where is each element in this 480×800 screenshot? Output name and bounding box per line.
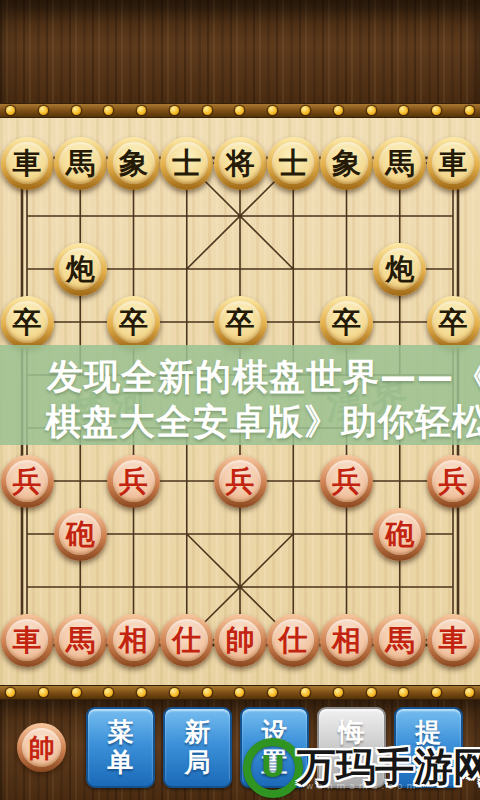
piece-black-soldier-3[interactable]: 卒 [214,296,267,349]
gold-stud-icon [72,106,81,115]
piece-black-soldier-4[interactable]: 卒 [320,296,373,349]
piece-black-soldier-1[interactable]: 卒 [1,296,54,349]
piece-red-horse-right[interactable]: 馬 [373,614,426,667]
piece-black-general[interactable]: 将 [214,137,267,190]
promo-banner-line1: 发现全新的棋盘世界——《 [47,353,480,402]
gold-stud-icon [39,688,48,697]
gold-stud-icon [465,106,474,115]
gold-stud-icon [367,688,376,697]
piece-black-chariot-left[interactable]: 車 [1,137,54,190]
piece-red-soldier-3[interactable]: 兵 [214,455,267,508]
piece-black-elephant-right[interactable]: 象 [320,137,373,190]
piece-red-advisor-right[interactable]: 仕 [267,614,320,667]
turn-indicator-piece: 帥 [17,723,66,772]
gold-stud-icon [104,688,113,697]
piece-red-advisor-left[interactable]: 仕 [160,614,213,667]
gold-stud-icon [334,106,343,115]
piece-black-chariot-right[interactable]: 車 [427,137,480,190]
gold-stud-icon [137,106,146,115]
gold-stud-icon [301,106,310,115]
top-stud-rail [0,103,480,118]
piece-black-horse-right[interactable]: 馬 [373,137,426,190]
gold-stud-icon [235,688,244,697]
menu-button[interactable]: 菜单 [86,707,155,788]
gold-stud-icon [6,688,15,697]
gold-stud-icon [268,106,277,115]
gold-stud-icon [72,688,81,697]
piece-red-cannon-right[interactable]: 砲 [373,508,426,561]
gold-stud-icon [235,106,244,115]
gold-stud-icon [367,106,376,115]
gold-stud-icon [465,688,474,697]
gold-stud-icon [334,688,343,697]
gold-stud-icon [268,688,277,697]
piece-black-advisor-right[interactable]: 士 [267,137,320,190]
gold-stud-icon [170,106,179,115]
piece-red-elephant-left[interactable]: 相 [107,614,160,667]
piece-black-advisor-left[interactable]: 士 [160,137,213,190]
gold-stud-icon [432,106,441,115]
piece-black-soldier-2[interactable]: 卒 [107,296,160,349]
piece-red-chariot-right[interactable]: 車 [427,614,480,667]
piece-red-soldier-1[interactable]: 兵 [1,455,54,508]
piece-red-cannon-left[interactable]: 砲 [54,508,107,561]
piece-red-soldier-4[interactable]: 兵 [320,455,373,508]
gold-stud-icon [399,688,408,697]
piece-red-general[interactable]: 帥 [214,614,267,667]
piece-black-horse-left[interactable]: 馬 [54,137,107,190]
piece-black-cannon-left[interactable]: 炮 [54,243,107,296]
gold-stud-icon [301,688,310,697]
piece-red-chariot-left[interactable]: 車 [1,614,54,667]
piece-red-soldier-5[interactable]: 兵 [427,455,480,508]
gold-stud-icon [104,106,113,115]
gold-stud-icon [6,106,15,115]
turn-indicator-char: 帥 [29,735,55,761]
piece-red-soldier-2[interactable]: 兵 [107,455,160,508]
gold-stud-icon [432,688,441,697]
watermark-url: wanmama.com [306,781,419,791]
watermark-logo-letter: U [261,749,285,784]
promo-banner: 发现全新的棋盘世界——《 棋盘大全安卓版》助你轻松 [0,345,480,445]
piece-red-horse-left[interactable]: 馬 [54,614,107,667]
piece-red-elephant-right[interactable]: 相 [320,614,373,667]
promo-banner-line2: 棋盘大全安卓版》助你轻松 [45,398,480,447]
bottom-stud-rail [0,685,480,700]
gold-stud-icon [399,106,408,115]
watermark-logo-icon: U [243,738,303,798]
gold-stud-icon [170,688,179,697]
piece-black-elephant-left[interactable]: 象 [107,137,160,190]
gold-stud-icon [203,106,212,115]
gold-stud-icon [137,688,146,697]
piece-black-cannon-right[interactable]: 炮 [373,243,426,296]
piece-black-soldier-5[interactable]: 卒 [427,296,480,349]
new-game-button[interactable]: 新局 [163,707,232,788]
gold-stud-icon [39,106,48,115]
xiangqi-app-screen: 楚河 漢界 車馬象士将士象馬車炮炮卒卒卒卒卒兵兵兵兵兵砲砲車馬相仕帥仕相馬車 发… [0,0,480,800]
gold-stud-icon [203,688,212,697]
